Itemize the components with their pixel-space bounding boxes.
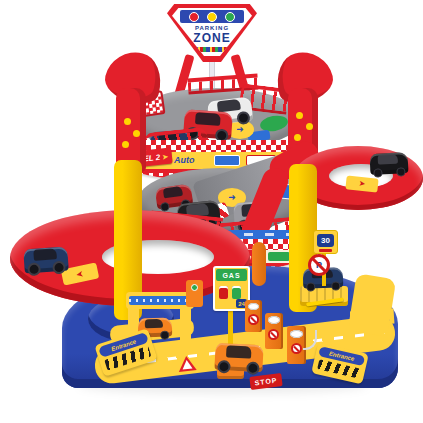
- left-ramp-arrow-icon: ➤: [75, 269, 84, 279]
- level1-panel-green: [268, 252, 290, 261]
- speed-limit-box: 30: [317, 234, 334, 247]
- pump3-no-smoking-icon: [291, 343, 302, 354]
- traffic-light-band: [180, 10, 244, 23]
- sign-mini-icons-strip: [194, 47, 230, 52]
- fuel-pump-2: [265, 313, 283, 349]
- gas-pump-icon-red: [219, 286, 228, 299]
- level2-chevron-icon: ➤: [162, 152, 169, 160]
- orange-car-on-road: [214, 343, 263, 372]
- car-wash-right-leg: [180, 308, 191, 348]
- parking-zone-line2: ZONE: [172, 31, 252, 45]
- middle-turn-arrow-icon: ➜: [228, 193, 236, 202]
- stop-label: STOP: [254, 377, 278, 387]
- pump2-no-smoking-icon: [268, 329, 279, 340]
- gas-sign-header: GAS: [216, 269, 247, 281]
- no-parking-sign: P: [308, 254, 330, 276]
- roof-turn-arrow-icon: ➜: [236, 125, 244, 134]
- navy-car-left-ramp: [23, 246, 69, 273]
- parking-zone-sign: PARKING ZONE: [167, 4, 257, 62]
- parking-zone-sign-face: PARKING ZONE: [172, 8, 252, 56]
- left-tower-dot-1: [124, 118, 131, 125]
- right-tower-dot-2: [306, 123, 313, 130]
- speed-limit-sign: 30: [313, 230, 338, 254]
- left-tower-dot-2: [133, 130, 140, 137]
- level2-billboard-blue: [214, 155, 240, 166]
- traffic-light-green-icon: [191, 284, 198, 291]
- left-tower-dot-3: [122, 141, 129, 148]
- crosswalk: [350, 308, 395, 326]
- gas-pump-icon-green: [232, 286, 241, 299]
- traffic-light-panel: [186, 280, 203, 307]
- fuel-pump-1: [245, 300, 262, 332]
- pump3-gauge: [290, 330, 303, 338]
- green-light-icon: [225, 12, 235, 22]
- orange-pillar: [252, 242, 266, 286]
- pump1-gauge: [248, 303, 259, 310]
- pump1-no-smoking-icon: [248, 314, 259, 325]
- black-suv-right-ramp: [369, 152, 408, 175]
- entrance-right-label: Entrance: [328, 350, 354, 362]
- right-ramp-arrow-icon: ➤: [358, 180, 366, 189]
- road-warning-triangle-icon: [177, 355, 196, 372]
- pump2-gauge: [268, 316, 280, 324]
- yellow-light-icon: [207, 12, 217, 22]
- gas-hours-label: 24: [238, 301, 245, 307]
- auto-sign: Auto: [174, 155, 195, 165]
- gas-label: GAS: [222, 272, 240, 279]
- speed-limit-label: 30: [321, 236, 330, 245]
- car-wash-top-bar: [126, 292, 194, 309]
- right-tower-dot-3: [294, 134, 301, 141]
- speed-limit-subbar: [319, 249, 332, 252]
- right-tower-dot-1: [296, 112, 303, 119]
- red-light-icon: [189, 12, 199, 22]
- car-wash-banner: [129, 296, 191, 305]
- toy-parking-garage-photo: PARKING ZONE ➜ Auto LEVEL 2 ➤: [0, 0, 423, 423]
